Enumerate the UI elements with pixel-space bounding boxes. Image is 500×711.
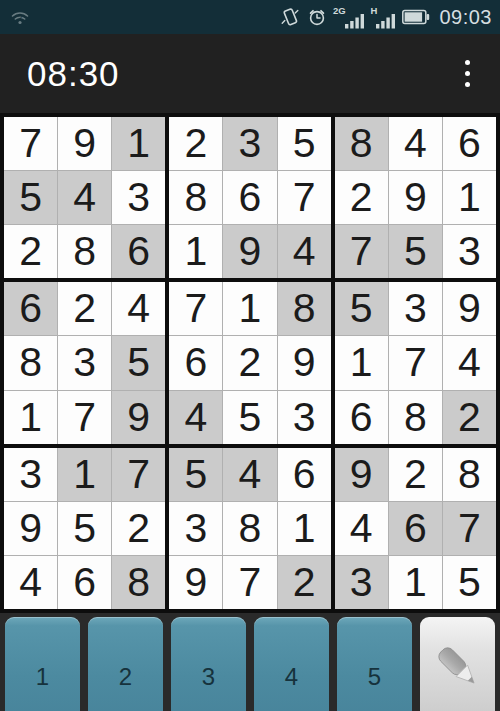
number-button-label: 4 — [254, 663, 329, 691]
cell-r1c1[interactable]: 7 — [4, 117, 57, 170]
cell-r6c3[interactable]: 9 — [112, 391, 165, 444]
cell-r3c3[interactable]: 6 — [112, 225, 165, 278]
cell-r9c9[interactable]: 5 — [443, 556, 496, 609]
game-timer: 08:30 — [27, 54, 120, 94]
number-button-1[interactable]: 1 — [5, 617, 80, 711]
cell-r5c4[interactable]: 6 — [169, 336, 222, 389]
cell-r3c8[interactable]: 5 — [389, 225, 442, 278]
cell-r7c8[interactable]: 2 — [389, 448, 442, 501]
cell-r6c1[interactable]: 1 — [4, 391, 57, 444]
cell-r8c7[interactable]: 4 — [335, 502, 388, 555]
cell-r9c8[interactable]: 1 — [389, 556, 442, 609]
cell-r4c5[interactable]: 1 — [223, 282, 276, 335]
cell-r2c2[interactable]: 4 — [58, 171, 111, 224]
cell-r2c9[interactable]: 1 — [443, 171, 496, 224]
phone-screen: ? 2G — [0, 0, 500, 711]
number-button-label: 3 — [171, 663, 246, 691]
cell-r1c8[interactable]: 4 — [389, 117, 442, 170]
cell-r2c4[interactable]: 8 — [169, 171, 222, 224]
sudoku-board: 7915432862358671948462917536248351797186… — [0, 113, 500, 613]
cell-r7c1[interactable]: 3 — [4, 448, 57, 501]
cell-r6c9[interactable]: 2 — [443, 391, 496, 444]
svg-text:?: ? — [18, 13, 23, 22]
pencil-icon — [432, 639, 484, 695]
cell-r5c6[interactable]: 9 — [278, 336, 331, 389]
cell-r9c2[interactable]: 6 — [58, 556, 111, 609]
cell-r3c2[interactable]: 8 — [58, 225, 111, 278]
cell-r8c9[interactable]: 7 — [443, 502, 496, 555]
vibrate-icon — [279, 6, 301, 28]
cell-r8c3[interactable]: 2 — [112, 502, 165, 555]
cell-r5c8[interactable]: 7 — [389, 336, 442, 389]
cell-r2c1[interactable]: 5 — [4, 171, 57, 224]
cell-r6c5[interactable]: 5 — [223, 391, 276, 444]
cell-r7c4[interactable]: 5 — [169, 448, 222, 501]
block-4: 624835179 — [4, 282, 165, 443]
status-bar: ? 2G — [0, 0, 500, 34]
cell-r7c5[interactable]: 4 — [223, 448, 276, 501]
cell-r1c9[interactable]: 6 — [443, 117, 496, 170]
cell-r7c3[interactable]: 7 — [112, 448, 165, 501]
number-button-5[interactable]: 5 — [337, 617, 412, 711]
cell-r1c6[interactable]: 5 — [278, 117, 331, 170]
signal-bars-2g-icon: 2G — [333, 5, 366, 29]
cell-r9c4[interactable]: 9 — [169, 556, 222, 609]
cell-r9c6[interactable]: 2 — [278, 556, 331, 609]
cell-r1c3[interactable]: 1 — [112, 117, 165, 170]
overflow-menu-icon[interactable] — [455, 52, 480, 95]
alarm-clock-icon — [306, 6, 328, 28]
number-button-3[interactable]: 3 — [171, 617, 246, 711]
cell-r4c7[interactable]: 5 — [335, 282, 388, 335]
cell-r3c5[interactable]: 9 — [223, 225, 276, 278]
block-9: 928467315 — [335, 448, 496, 609]
cell-r8c2[interactable]: 5 — [58, 502, 111, 555]
cell-r8c8[interactable]: 6 — [389, 502, 442, 555]
cell-r4c2[interactable]: 2 — [58, 282, 111, 335]
cell-r7c9[interactable]: 8 — [443, 448, 496, 501]
cell-r9c5[interactable]: 7 — [223, 556, 276, 609]
cell-r4c8[interactable]: 3 — [389, 282, 442, 335]
cell-r9c7[interactable]: 3 — [335, 556, 388, 609]
cell-r2c6[interactable]: 7 — [278, 171, 331, 224]
cell-r6c8[interactable]: 8 — [389, 391, 442, 444]
number-button-4[interactable]: 4 — [254, 617, 329, 711]
cell-r1c4[interactable]: 2 — [169, 117, 222, 170]
cell-r5c1[interactable]: 8 — [4, 336, 57, 389]
number-button-2[interactable]: 2 — [88, 617, 163, 711]
app-bar: 08:30 — [0, 34, 500, 113]
status-time: 09:03 — [439, 6, 492, 29]
cell-r9c1[interactable]: 4 — [4, 556, 57, 609]
cell-r2c5[interactable]: 6 — [223, 171, 276, 224]
cell-r3c7[interactable]: 7 — [335, 225, 388, 278]
number-button-label: 2 — [88, 663, 163, 691]
block-5: 718629453 — [169, 282, 330, 443]
cell-r5c7[interactable]: 1 — [335, 336, 388, 389]
block-3: 846291753 — [335, 117, 496, 278]
cell-r5c2[interactable]: 3 — [58, 336, 111, 389]
cell-r2c8[interactable]: 9 — [389, 171, 442, 224]
cell-r8c5[interactable]: 8 — [223, 502, 276, 555]
cell-r3c1[interactable]: 2 — [4, 225, 57, 278]
cell-r5c9[interactable]: 4 — [443, 336, 496, 389]
wifi-question-icon: ? — [10, 7, 30, 27]
number-button-label: 1 — [5, 663, 80, 691]
cell-r3c4[interactable]: 1 — [169, 225, 222, 278]
cell-r7c2[interactable]: 1 — [58, 448, 111, 501]
pencil-button[interactable] — [420, 617, 495, 711]
block-2: 235867194 — [169, 117, 330, 278]
block-8: 546381972 — [169, 448, 330, 609]
cell-r7c6[interactable]: 6 — [278, 448, 331, 501]
signal-bars-h-icon: H — [371, 5, 398, 29]
cell-r4c9[interactable]: 9 — [443, 282, 496, 335]
cell-r8c1[interactable]: 9 — [4, 502, 57, 555]
cell-r1c2[interactable]: 9 — [58, 117, 111, 170]
cell-r6c2[interactable]: 7 — [58, 391, 111, 444]
cell-r3c6[interactable]: 4 — [278, 225, 331, 278]
cell-r5c5[interactable]: 2 — [223, 336, 276, 389]
cell-r4c1[interactable]: 6 — [4, 282, 57, 335]
cell-r3c9[interactable]: 3 — [443, 225, 496, 278]
block-7: 317952468 — [4, 448, 165, 609]
cell-r9c3[interactable]: 8 — [112, 556, 165, 609]
cell-r2c7[interactable]: 2 — [335, 171, 388, 224]
cell-r1c7[interactable]: 8 — [335, 117, 388, 170]
cell-r1c5[interactable]: 3 — [223, 117, 276, 170]
cell-r4c4[interactable]: 7 — [169, 282, 222, 335]
battery-icon — [402, 9, 430, 25]
cell-r5c3[interactable]: 5 — [112, 336, 165, 389]
cell-r6c7[interactable]: 6 — [335, 391, 388, 444]
block-6: 539174682 — [335, 282, 496, 443]
cell-r6c6[interactable]: 3 — [278, 391, 331, 444]
block-1: 791543286 — [4, 117, 165, 278]
cell-r8c6[interactable]: 1 — [278, 502, 331, 555]
number-pad: 12345 — [0, 613, 500, 711]
cell-r6c4[interactable]: 4 — [169, 391, 222, 444]
cell-r4c3[interactable]: 4 — [112, 282, 165, 335]
cell-r4c6[interactable]: 8 — [278, 282, 331, 335]
number-button-label: 5 — [337, 663, 412, 691]
cell-r8c4[interactable]: 3 — [169, 502, 222, 555]
cell-r7c7[interactable]: 9 — [335, 448, 388, 501]
cell-r2c3[interactable]: 3 — [112, 171, 165, 224]
